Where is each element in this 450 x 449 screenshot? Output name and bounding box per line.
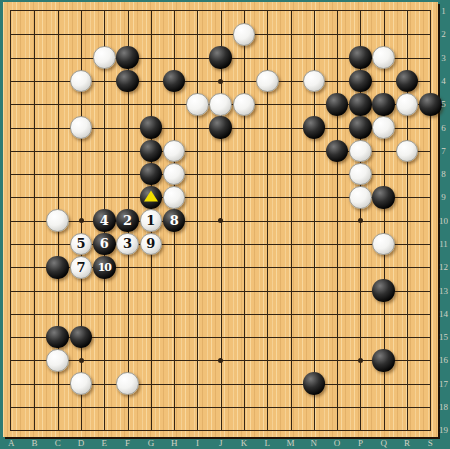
grid-line-vertical <box>291 11 292 430</box>
column-label-o: O <box>334 438 341 448</box>
move-number: 7 <box>77 261 86 274</box>
go-diagram: 42185639710 ABCDEFGHIJKLMNOPQRS123456789… <box>0 0 450 449</box>
row-label-1: 1 <box>441 6 446 16</box>
grid-line-horizontal <box>11 407 430 408</box>
stone-black-j3[interactable] <box>209 46 232 69</box>
row-label-5: 5 <box>441 99 446 109</box>
column-label-d: D <box>78 438 85 448</box>
star-point <box>79 358 84 363</box>
column-label-a: A <box>8 438 15 448</box>
grid-line-vertical <box>244 11 245 430</box>
stone-white-f11[interactable]: 3 <box>116 233 139 256</box>
row-label-19: 19 <box>439 425 448 435</box>
column-label-k: K <box>241 438 248 448</box>
column-label-r: R <box>404 438 410 448</box>
stone-black-j6[interactable] <box>209 116 232 139</box>
stone-white-k2[interactable] <box>233 23 256 46</box>
row-label-2: 2 <box>441 29 446 39</box>
row-label-13: 13 <box>439 286 448 296</box>
stone-white-c10[interactable] <box>46 209 69 232</box>
move-number: 1 <box>146 214 155 227</box>
column-label-p: P <box>358 438 363 448</box>
move-number: 4 <box>100 214 109 227</box>
column-label-n: N <box>311 438 318 448</box>
stone-black-c12[interactable] <box>46 256 69 279</box>
row-label-10: 10 <box>439 216 448 226</box>
stone-black-n6[interactable] <box>303 116 326 139</box>
stone-black-f4[interactable] <box>116 70 139 93</box>
move-number: 8 <box>170 214 179 227</box>
stone-white-p9[interactable] <box>349 186 372 209</box>
star-point <box>79 218 84 223</box>
stone-black-f10[interactable]: 2 <box>116 209 139 232</box>
stone-black-q16[interactable] <box>372 349 395 372</box>
stone-black-p4[interactable] <box>349 70 372 93</box>
row-label-3: 3 <box>441 53 446 63</box>
stone-white-h9[interactable] <box>163 186 186 209</box>
stone-white-q3[interactable] <box>372 46 395 69</box>
column-label-e: E <box>102 438 108 448</box>
stone-white-d17[interactable] <box>70 372 93 395</box>
stone-white-r5[interactable] <box>396 93 419 116</box>
grid-line-horizontal <box>11 314 430 315</box>
stone-black-p3[interactable] <box>349 46 372 69</box>
stone-black-o5[interactable] <box>326 93 349 116</box>
move-number: 3 <box>123 237 132 250</box>
stone-black-q9[interactable] <box>372 186 395 209</box>
star-point <box>218 79 223 84</box>
row-label-18: 18 <box>439 402 448 412</box>
stone-white-l4[interactable] <box>256 70 279 93</box>
stone-black-q13[interactable] <box>372 279 395 302</box>
row-label-17: 17 <box>439 379 448 389</box>
stone-white-k5[interactable] <box>233 93 256 116</box>
move-number: 6 <box>100 237 109 250</box>
row-label-14: 14 <box>439 309 448 319</box>
stone-black-f3[interactable] <box>116 46 139 69</box>
column-label-i: I <box>196 438 199 448</box>
stone-white-c16[interactable] <box>46 349 69 372</box>
column-label-g: G <box>148 438 155 448</box>
stone-white-d6[interactable] <box>70 116 93 139</box>
column-label-c: C <box>55 438 61 448</box>
row-label-6: 6 <box>441 123 446 133</box>
stone-white-g10[interactable]: 1 <box>140 209 163 232</box>
stone-white-q6[interactable] <box>372 116 395 139</box>
stone-white-i5[interactable] <box>186 93 209 116</box>
column-label-j: J <box>219 438 223 448</box>
column-label-l: L <box>265 438 271 448</box>
grid-line-horizontal <box>11 291 430 292</box>
row-label-7: 7 <box>441 146 446 156</box>
star-point <box>358 358 363 363</box>
stone-black-g9[interactable] <box>140 186 163 209</box>
stone-white-f17[interactable] <box>116 372 139 395</box>
stone-black-e10[interactable]: 4 <box>93 209 116 232</box>
stone-black-q5[interactable] <box>372 93 395 116</box>
column-label-b: B <box>31 438 37 448</box>
stone-black-g6[interactable] <box>140 116 163 139</box>
triangle-marker-icon <box>144 191 158 202</box>
stone-white-e3[interactable] <box>93 46 116 69</box>
row-label-4: 4 <box>441 76 446 86</box>
stone-black-n17[interactable] <box>303 372 326 395</box>
row-label-9: 9 <box>441 192 446 202</box>
column-label-s: S <box>428 438 433 448</box>
stone-black-e12[interactable]: 10 <box>93 256 116 279</box>
move-number: 2 <box>123 214 132 227</box>
move-number: 9 <box>146 237 155 250</box>
row-label-11: 11 <box>439 239 448 249</box>
stone-black-p5[interactable] <box>349 93 372 116</box>
stone-black-s5[interactable] <box>419 93 442 116</box>
stone-white-p8[interactable] <box>349 163 372 186</box>
column-label-q: Q <box>380 438 387 448</box>
stone-white-j5[interactable] <box>209 93 232 116</box>
column-label-h: H <box>171 438 178 448</box>
row-label-12: 12 <box>439 262 448 272</box>
stone-white-p7[interactable] <box>349 140 372 163</box>
column-label-m: M <box>287 438 295 448</box>
move-number: 5 <box>77 237 86 250</box>
go-board[interactable]: 42185639710 <box>3 2 438 437</box>
grid-line-vertical <box>337 11 338 430</box>
row-label-16: 16 <box>439 355 448 365</box>
stone-white-d12[interactable]: 7 <box>70 256 93 279</box>
stone-black-p6[interactable] <box>349 116 372 139</box>
move-number: 10 <box>98 262 111 273</box>
stone-white-q11[interactable] <box>372 233 395 256</box>
column-label-f: F <box>125 438 130 448</box>
row-label-15: 15 <box>439 332 448 342</box>
row-label-8: 8 <box>441 169 446 179</box>
stone-black-e11[interactable]: 6 <box>93 233 116 256</box>
